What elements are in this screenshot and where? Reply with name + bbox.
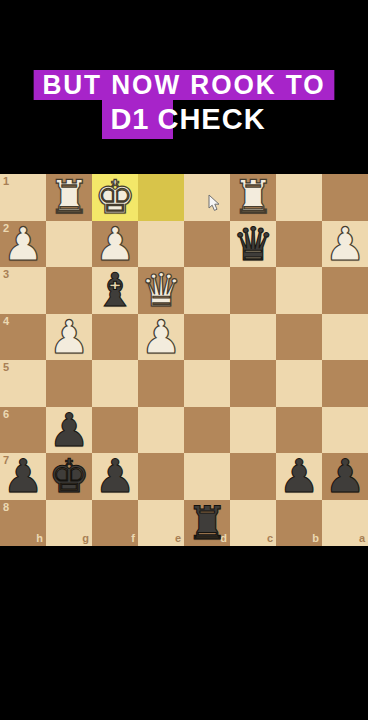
piece-white-pawn-a2[interactable]: ♟: [324, 221, 365, 267]
square-f2[interactable]: ♟: [92, 221, 138, 268]
piece-white-queen-e3[interactable]: ♛: [140, 267, 181, 313]
mouse-cursor-icon: [208, 194, 222, 212]
square-d5[interactable]: [184, 360, 230, 407]
file-label-h: h: [36, 533, 43, 544]
piece-black-rook-d8[interactable]: ♜: [186, 500, 227, 546]
square-h8[interactable]: 8h: [0, 500, 46, 547]
square-a5[interactable]: [322, 360, 368, 407]
piece-black-pawn-b7[interactable]: ♟: [278, 453, 319, 499]
square-d6[interactable]: [184, 407, 230, 454]
chess-board: 1♜♚♜2♟♟♛♟3♝♛4♟♟56♟7♟♚♟♟♟8hgfed♜cba: [0, 174, 368, 546]
square-b1[interactable]: [276, 174, 322, 221]
piece-white-king-f1[interactable]: ♚: [94, 174, 135, 220]
piece-black-pawn-f7[interactable]: ♟: [94, 453, 135, 499]
square-h1[interactable]: 1: [0, 174, 46, 221]
square-h5[interactable]: 5: [0, 360, 46, 407]
rank-label-5: 5: [3, 362, 9, 373]
square-g2[interactable]: [46, 221, 92, 268]
piece-black-pawn-g6[interactable]: ♟: [48, 407, 89, 453]
square-d2[interactable]: [184, 221, 230, 268]
square-a3[interactable]: [322, 267, 368, 314]
piece-black-pawn-h7[interactable]: ♟: [2, 453, 43, 499]
square-g8[interactable]: g: [46, 500, 92, 547]
piece-black-queen-c2[interactable]: ♛: [232, 221, 273, 267]
file-label-e: e: [175, 533, 181, 544]
square-e5[interactable]: [138, 360, 184, 407]
square-c3[interactable]: [230, 267, 276, 314]
piece-white-pawn-e4[interactable]: ♟: [140, 314, 181, 360]
piece-white-pawn-g4[interactable]: ♟: [48, 314, 89, 360]
square-g3[interactable]: [46, 267, 92, 314]
square-b5[interactable]: [276, 360, 322, 407]
file-label-f: f: [131, 533, 135, 544]
square-h3[interactable]: 3: [0, 267, 46, 314]
square-e6[interactable]: [138, 407, 184, 454]
square-a6[interactable]: [322, 407, 368, 454]
piece-white-pawn-h2[interactable]: ♟: [2, 221, 43, 267]
square-g6[interactable]: ♟: [46, 407, 92, 454]
piece-white-rook-g1[interactable]: ♜: [48, 174, 89, 220]
square-c1[interactable]: ♜: [230, 174, 276, 221]
square-f5[interactable]: [92, 360, 138, 407]
rank-label-6: 6: [3, 409, 9, 420]
square-a1[interactable]: [322, 174, 368, 221]
square-g5[interactable]: [46, 360, 92, 407]
square-f6[interactable]: [92, 407, 138, 454]
square-d3[interactable]: [184, 267, 230, 314]
square-h2[interactable]: 2♟: [0, 221, 46, 268]
piece-black-pawn-a7[interactable]: ♟: [324, 453, 365, 499]
video-frame: { "game": "chess", "banner": { "line1": …: [0, 0, 368, 720]
square-a4[interactable]: [322, 314, 368, 361]
square-d4[interactable]: [184, 314, 230, 361]
square-h6[interactable]: 6: [0, 407, 46, 454]
caption-line2: D1CHECK: [0, 99, 368, 139]
piece-black-bishop-f3[interactable]: ♝: [94, 267, 135, 313]
square-g7[interactable]: ♚: [46, 453, 92, 500]
square-e8[interactable]: e: [138, 500, 184, 547]
square-c7[interactable]: [230, 453, 276, 500]
square-h4[interactable]: 4: [0, 314, 46, 361]
square-d8[interactable]: d♜: [184, 500, 230, 547]
square-f4[interactable]: [92, 314, 138, 361]
square-c5[interactable]: [230, 360, 276, 407]
file-label-b: b: [312, 533, 319, 544]
file-label-g: g: [82, 533, 89, 544]
square-f7[interactable]: ♟: [92, 453, 138, 500]
square-e7[interactable]: [138, 453, 184, 500]
square-f1[interactable]: ♚: [92, 174, 138, 221]
rank-label-8: 8: [3, 502, 9, 513]
square-a2[interactable]: ♟: [322, 221, 368, 268]
rank-label-1: 1: [3, 176, 9, 187]
piece-white-rook-c1[interactable]: ♜: [232, 174, 273, 220]
square-h7[interactable]: 7♟: [0, 453, 46, 500]
square-b4[interactable]: [276, 314, 322, 361]
square-c6[interactable]: [230, 407, 276, 454]
rank-label-4: 4: [3, 316, 9, 327]
square-b8[interactable]: b: [276, 500, 322, 547]
square-e1[interactable]: [138, 174, 184, 221]
square-f8[interactable]: f: [92, 500, 138, 547]
square-a8[interactable]: a: [322, 500, 368, 547]
caption-banner: BUT NOW ROOK TO D1CHECK: [0, 70, 368, 139]
square-d7[interactable]: [184, 453, 230, 500]
file-label-a: a: [359, 533, 365, 544]
square-b3[interactable]: [276, 267, 322, 314]
piece-black-king-g7[interactable]: ♚: [48, 453, 89, 499]
square-b2[interactable]: [276, 221, 322, 268]
square-b6[interactable]: [276, 407, 322, 454]
square-d1[interactable]: [184, 174, 230, 221]
square-c8[interactable]: c: [230, 500, 276, 547]
square-c2[interactable]: ♛: [230, 221, 276, 268]
square-a7[interactable]: ♟: [322, 453, 368, 500]
square-c4[interactable]: [230, 314, 276, 361]
square-g4[interactable]: ♟: [46, 314, 92, 361]
caption-check-text: CHECK: [157, 99, 265, 139]
square-e2[interactable]: [138, 221, 184, 268]
rank-label-3: 3: [3, 269, 9, 280]
caption-line1: BUT NOW ROOK TO: [34, 70, 335, 100]
square-g1[interactable]: ♜: [46, 174, 92, 221]
piece-white-pawn-f2[interactable]: ♟: [94, 221, 135, 267]
file-label-c: c: [267, 533, 273, 544]
square-b7[interactable]: ♟: [276, 453, 322, 500]
square-e4[interactable]: ♟: [138, 314, 184, 361]
square-f3[interactable]: ♝: [92, 267, 138, 314]
square-e3[interactable]: ♛: [138, 267, 184, 314]
